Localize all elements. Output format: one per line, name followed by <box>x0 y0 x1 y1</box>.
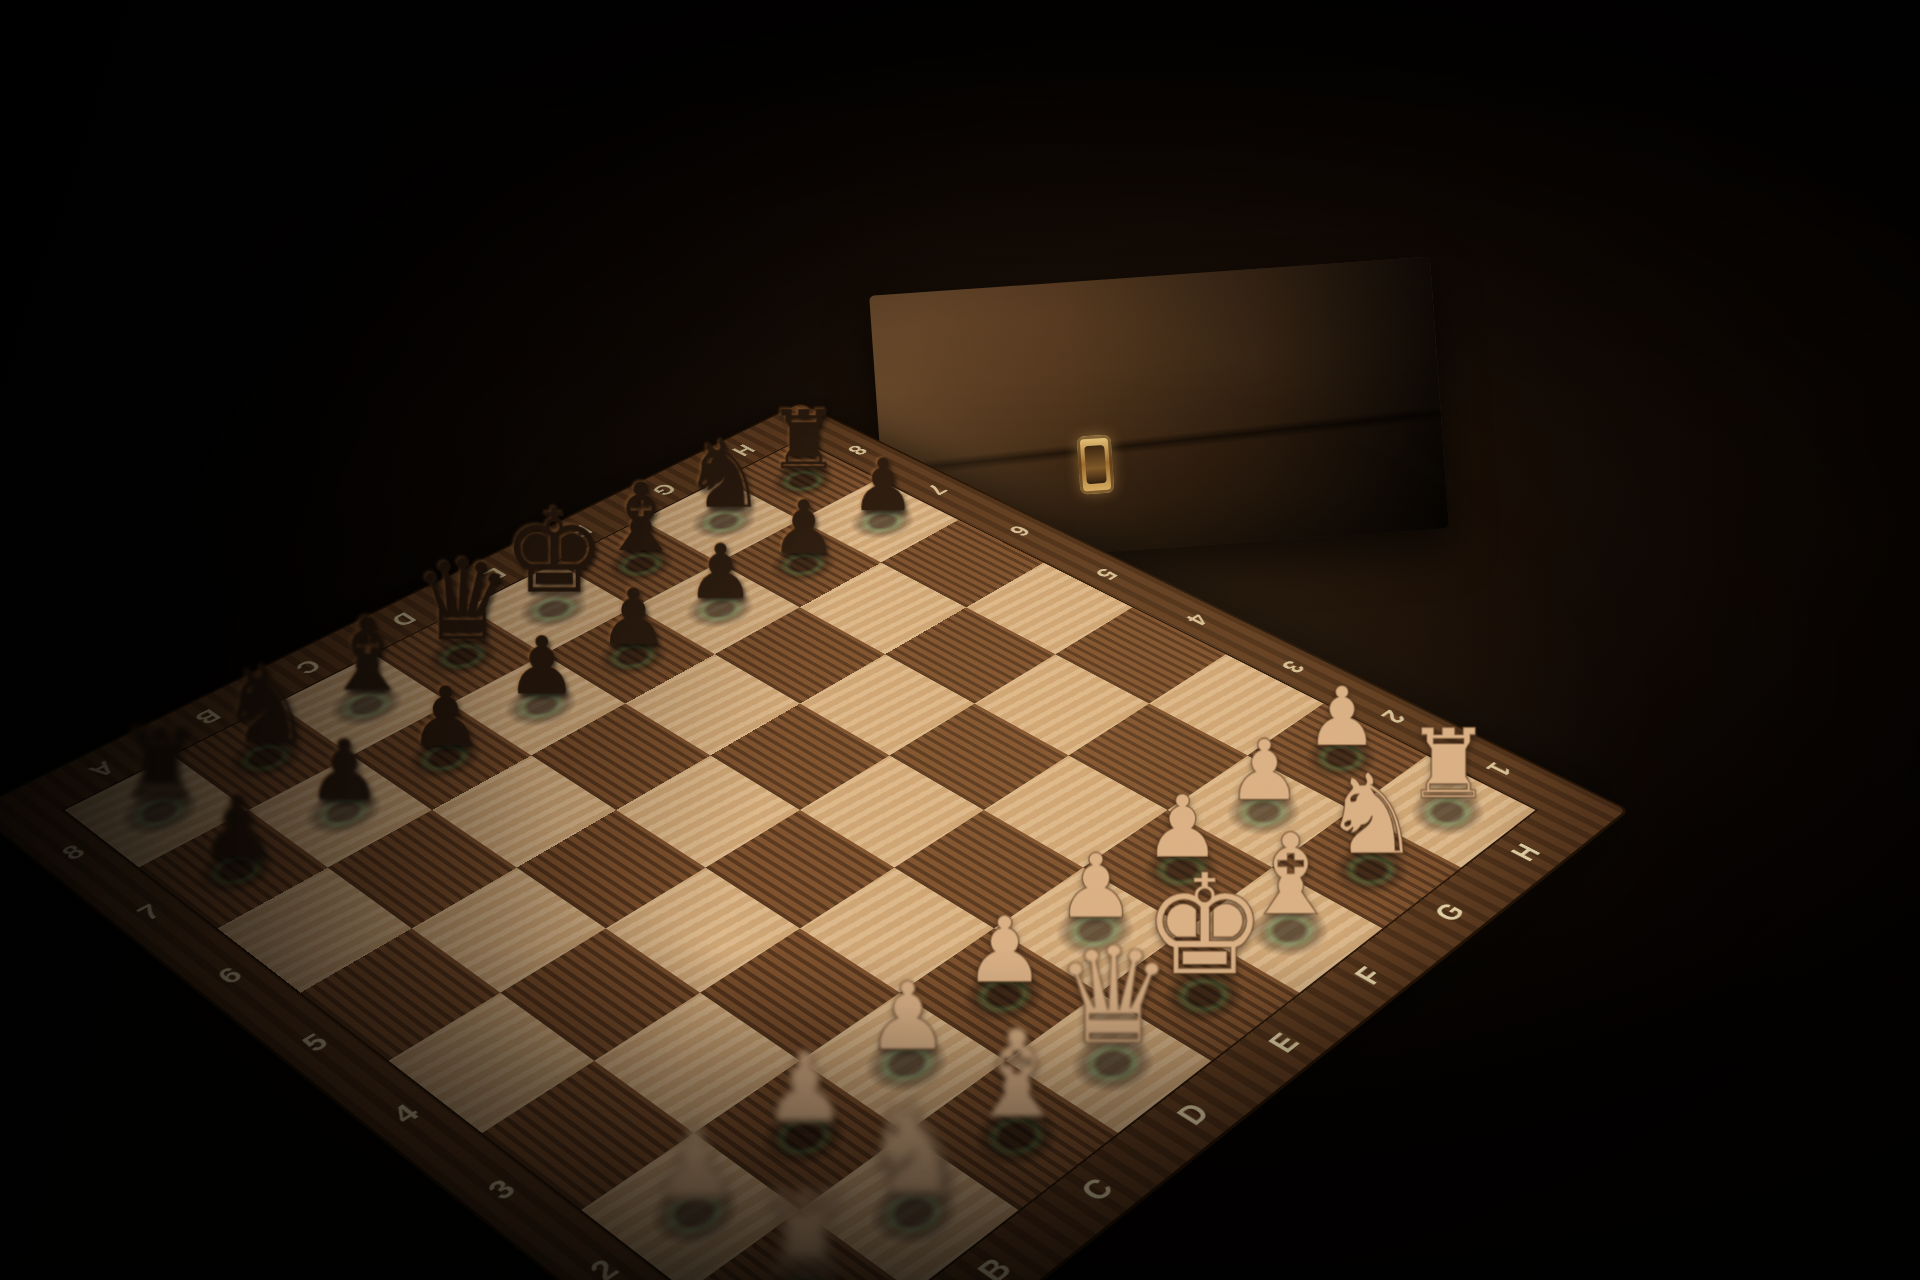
white-rook-a1: ♜ <box>695 1178 916 1280</box>
photo-stage: ABCDEFGH ABCDEFGH 87654321 87654321 ♜♞♝♛… <box>0 0 1920 1280</box>
square-a1: ♜ <box>687 1210 913 1280</box>
board-scene: ABCDEFGH ABCDEFGH 87654321 87654321 ♜♞♝♛… <box>0 0 1920 1280</box>
black-pawn-a7: ♟ <box>145 784 330 870</box>
board-squares-grid: ♜♞♝♛♚♝♞♜♟♟♟♟♟♟♟♟♟♟♟♟♟♟♟♟♜♞♝♛♚♝♞♜ <box>65 440 1536 1280</box>
chess-board: ABCDEFGH ABCDEFGH 87654321 87654321 ♜♞♝♛… <box>0 403 1626 1280</box>
